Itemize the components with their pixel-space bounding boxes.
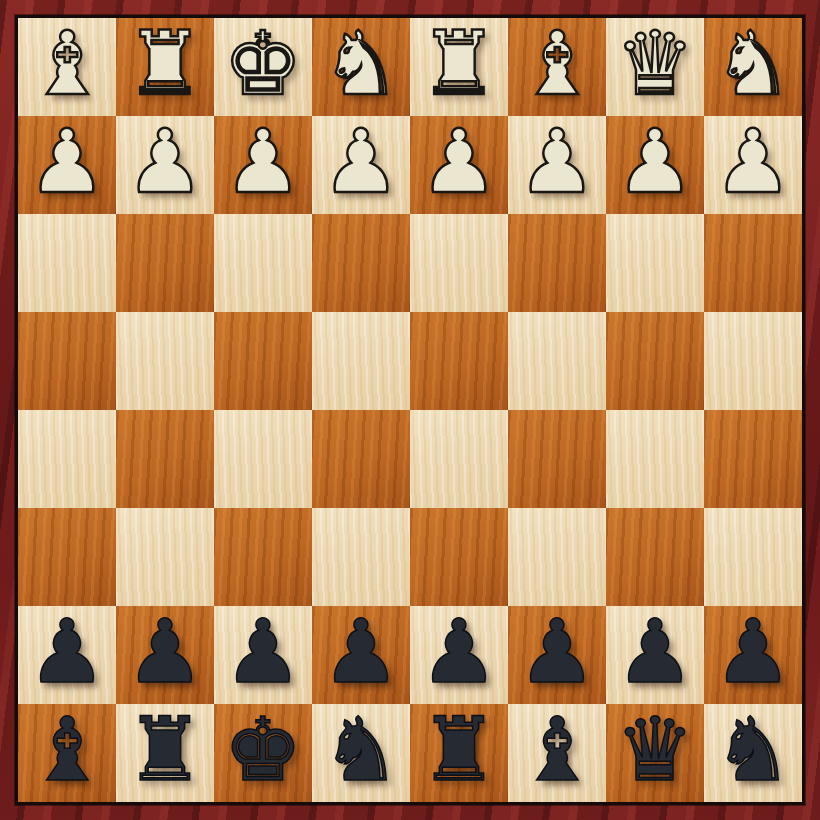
square-f6[interactable] — [214, 508, 312, 606]
square-a5[interactable] — [704, 410, 802, 508]
square-f8[interactable]: ♚ — [214, 704, 312, 802]
square-e5[interactable] — [312, 410, 410, 508]
square-b2[interactable]: ♟ — [606, 116, 704, 214]
black-rook[interactable]: ♜ — [420, 701, 499, 799]
square-h2[interactable]: ♟ — [18, 116, 116, 214]
black-pawn[interactable]: ♟ — [616, 603, 695, 701]
square-d3[interactable] — [410, 214, 508, 312]
black-rook[interactable]: ♜ — [126, 701, 205, 799]
white-bishop[interactable]: ♝ — [518, 15, 597, 113]
square-g1[interactable]: ♜ — [116, 18, 214, 116]
white-pawn[interactable]: ♟ — [28, 113, 107, 211]
square-e7[interactable]: ♟ — [312, 606, 410, 704]
square-d7[interactable]: ♟ — [410, 606, 508, 704]
square-d6[interactable] — [410, 508, 508, 606]
square-d4[interactable] — [410, 312, 508, 410]
square-c7[interactable]: ♟ — [508, 606, 606, 704]
square-b3[interactable] — [606, 214, 704, 312]
square-c1[interactable]: ♝ — [508, 18, 606, 116]
square-b7[interactable]: ♟ — [606, 606, 704, 704]
square-a3[interactable] — [704, 214, 802, 312]
square-h8[interactable]: ♝ — [18, 704, 116, 802]
square-e3[interactable] — [312, 214, 410, 312]
white-pawn[interactable]: ♟ — [616, 113, 695, 211]
white-queen[interactable]: ♛ — [616, 15, 695, 113]
black-pawn[interactable]: ♟ — [224, 603, 303, 701]
square-a7[interactable]: ♟ — [704, 606, 802, 704]
square-d8[interactable]: ♜ — [410, 704, 508, 802]
white-pawn[interactable]: ♟ — [224, 113, 303, 211]
chess-board: ♝♜♚♞♜♝♛♞♟♟♟♟♟♟♟♟♟♟♟♟♟♟♟♟♝♜♚♞♜♝♛♞ — [18, 18, 802, 802]
square-h7[interactable]: ♟ — [18, 606, 116, 704]
white-king[interactable]: ♚ — [224, 15, 303, 113]
square-f4[interactable] — [214, 312, 312, 410]
square-g3[interactable] — [116, 214, 214, 312]
white-rook[interactable]: ♜ — [126, 15, 205, 113]
square-h4[interactable] — [18, 312, 116, 410]
square-c2[interactable]: ♟ — [508, 116, 606, 214]
black-pawn[interactable]: ♟ — [322, 603, 401, 701]
square-e1[interactable]: ♞ — [312, 18, 410, 116]
board-border: ♝♜♚♞♜♝♛♞♟♟♟♟♟♟♟♟♟♟♟♟♟♟♟♟♝♜♚♞♜♝♛♞ — [15, 15, 805, 805]
square-c4[interactable] — [508, 312, 606, 410]
square-d1[interactable]: ♜ — [410, 18, 508, 116]
square-b5[interactable] — [606, 410, 704, 508]
square-c3[interactable] — [508, 214, 606, 312]
square-b1[interactable]: ♛ — [606, 18, 704, 116]
square-g5[interactable] — [116, 410, 214, 508]
black-pawn[interactable]: ♟ — [28, 603, 107, 701]
black-pawn[interactable]: ♟ — [420, 603, 499, 701]
square-c5[interactable] — [508, 410, 606, 508]
square-f5[interactable] — [214, 410, 312, 508]
square-f1[interactable]: ♚ — [214, 18, 312, 116]
square-a4[interactable] — [704, 312, 802, 410]
black-knight[interactable]: ♞ — [322, 701, 401, 799]
square-c8[interactable]: ♝ — [508, 704, 606, 802]
square-f7[interactable]: ♟ — [214, 606, 312, 704]
square-a8[interactable]: ♞ — [704, 704, 802, 802]
black-queen[interactable]: ♛ — [616, 701, 695, 799]
square-h3[interactable] — [18, 214, 116, 312]
black-bishop[interactable]: ♝ — [28, 701, 107, 799]
square-f3[interactable] — [214, 214, 312, 312]
square-h5[interactable] — [18, 410, 116, 508]
square-e2[interactable]: ♟ — [312, 116, 410, 214]
white-bishop[interactable]: ♝ — [28, 15, 107, 113]
square-h1[interactable]: ♝ — [18, 18, 116, 116]
square-g7[interactable]: ♟ — [116, 606, 214, 704]
black-pawn[interactable]: ♟ — [518, 603, 597, 701]
square-a1[interactable]: ♞ — [704, 18, 802, 116]
square-a2[interactable]: ♟ — [704, 116, 802, 214]
black-bishop[interactable]: ♝ — [518, 701, 597, 799]
white-pawn[interactable]: ♟ — [126, 113, 205, 211]
square-f2[interactable]: ♟ — [214, 116, 312, 214]
white-pawn[interactable]: ♟ — [322, 113, 401, 211]
black-pawn[interactable]: ♟ — [126, 603, 205, 701]
square-h6[interactable] — [18, 508, 116, 606]
square-e8[interactable]: ♞ — [312, 704, 410, 802]
square-b8[interactable]: ♛ — [606, 704, 704, 802]
square-b4[interactable] — [606, 312, 704, 410]
white-knight[interactable]: ♞ — [322, 15, 401, 113]
square-g4[interactable] — [116, 312, 214, 410]
white-pawn[interactable]: ♟ — [714, 113, 793, 211]
white-pawn[interactable]: ♟ — [518, 113, 597, 211]
white-knight[interactable]: ♞ — [714, 15, 793, 113]
square-b6[interactable] — [606, 508, 704, 606]
square-e6[interactable] — [312, 508, 410, 606]
square-g2[interactable]: ♟ — [116, 116, 214, 214]
square-c6[interactable] — [508, 508, 606, 606]
black-knight[interactable]: ♞ — [714, 701, 793, 799]
white-pawn[interactable]: ♟ — [420, 113, 499, 211]
board-frame: ♝♜♚♞♜♝♛♞♟♟♟♟♟♟♟♟♟♟♟♟♟♟♟♟♝♜♚♞♜♝♛♞ — [0, 0, 820, 820]
white-rook[interactable]: ♜ — [420, 15, 499, 113]
square-a6[interactable] — [704, 508, 802, 606]
black-pawn[interactable]: ♟ — [714, 603, 793, 701]
square-d2[interactable]: ♟ — [410, 116, 508, 214]
black-king[interactable]: ♚ — [224, 701, 303, 799]
square-g6[interactable] — [116, 508, 214, 606]
square-g8[interactable]: ♜ — [116, 704, 214, 802]
square-e4[interactable] — [312, 312, 410, 410]
square-d5[interactable] — [410, 410, 508, 508]
